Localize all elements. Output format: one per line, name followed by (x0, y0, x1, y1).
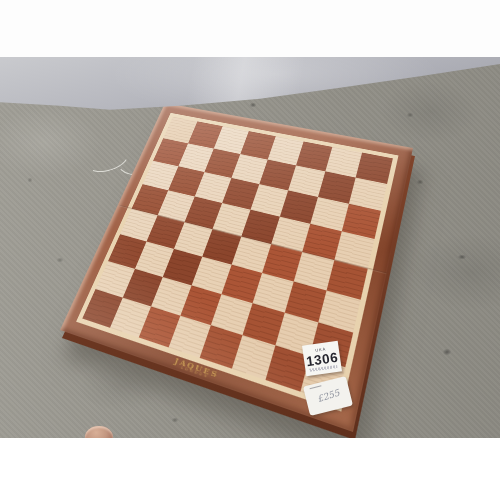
bottom-white-band (0, 438, 500, 500)
auction-lot-label: UKA 1306 (302, 341, 342, 377)
price-text: £255 (316, 388, 341, 405)
carpet-fiber (81, 137, 133, 178)
auction-photo-scene: JAQUES LONDON UKA 1306 £255 (0, 0, 500, 500)
top-white-band (0, 0, 500, 57)
